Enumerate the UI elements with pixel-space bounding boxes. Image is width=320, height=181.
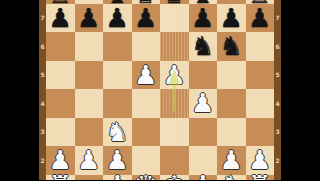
square-b2[interactable]: ♟ [75, 146, 104, 175]
square-d3[interactable] [132, 118, 161, 147]
square-f7[interactable]: ♟ [189, 4, 218, 33]
square-h3[interactable] [246, 118, 275, 147]
white-pawn-e5: ♟ [163, 61, 186, 90]
square-d5[interactable]: ♟ [132, 61, 161, 90]
square-a4[interactable] [46, 89, 75, 118]
rank-label-left-6: 6 [39, 43, 46, 50]
square-g6[interactable]: ♞ [217, 32, 246, 61]
square-g3[interactable] [217, 118, 246, 147]
square-c5[interactable] [103, 61, 132, 90]
ghost-trail-e3 [160, 118, 189, 147]
square-e7[interactable] [160, 4, 189, 33]
white-knight-g1: ♞ [220, 170, 243, 180]
square-b1[interactable] [75, 175, 104, 181]
rank-label-left-4: 4 [39, 100, 46, 107]
square-h4[interactable] [246, 89, 275, 118]
black-pawn-f7: ♟ [191, 4, 214, 33]
square-b3[interactable] [75, 118, 104, 147]
square-f4[interactable]: ♟ [189, 89, 218, 118]
rank-label-right-5: 5 [274, 71, 281, 78]
square-f5[interactable] [189, 61, 218, 90]
white-pawn-b2: ♟ [77, 146, 100, 175]
square-h7[interactable]: ♟ [246, 4, 275, 33]
black-pawn-a7: ♟ [49, 4, 72, 33]
square-a3[interactable] [46, 118, 75, 147]
black-pawn-b7: ♟ [77, 4, 100, 33]
square-e3[interactable] [160, 118, 189, 147]
square-c3[interactable]: ♞ [103, 118, 132, 147]
black-knight-f6: ♞ [191, 32, 214, 61]
black-knight-g6: ♞ [220, 32, 243, 61]
white-rook-a1: ♜ [49, 170, 72, 180]
square-h5[interactable] [246, 61, 275, 90]
ghost-trail-e7 [160, 4, 189, 33]
square-f1[interactable]: ♝ [189, 175, 218, 181]
rank-label-right-7: 7 [274, 14, 281, 21]
square-a7[interactable]: ♟ [46, 4, 75, 33]
square-b6[interactable] [75, 32, 104, 61]
rank-label-left-5: 5 [39, 71, 46, 78]
rank-label-right-2: 2 [274, 157, 281, 164]
square-c7[interactable]: ♟ [103, 4, 132, 33]
square-e4[interactable] [160, 89, 189, 118]
white-queen-d1: ♛ [134, 170, 157, 180]
black-pawn-g7: ♟ [220, 4, 243, 33]
square-g4[interactable] [217, 89, 246, 118]
square-g1[interactable]: ♞ [217, 175, 246, 181]
square-d7[interactable]: ♟ [132, 4, 161, 33]
black-pawn-d7: ♟ [134, 4, 157, 33]
rank-label-left-2: 2 [39, 157, 46, 164]
square-f6[interactable]: ♞ [189, 32, 218, 61]
square-d1[interactable]: ♛ [132, 175, 161, 181]
black-pawn-c7: ♟ [106, 4, 129, 33]
rank-label-right-4: 4 [274, 100, 281, 107]
rank-label-right-6: 6 [274, 43, 281, 50]
rank-label-right-3: 3 [274, 128, 281, 135]
square-e1[interactable]: ♚ [160, 175, 189, 181]
white-pawn-f4: ♟ [191, 89, 214, 118]
ghost-trail-e4 [160, 89, 189, 118]
square-a5[interactable] [46, 61, 75, 90]
square-f3[interactable] [189, 118, 218, 147]
black-pawn-h7: ♟ [248, 4, 271, 33]
white-bishop-f1: ♝ [191, 170, 214, 180]
chess-video-frame: ♜♝♛♚♝♜♟♟♟♟♟♟♟♞♞♟♟♟♞♟♟♟♟♟♜♝♛♚♝♞♜ 88776655… [0, 0, 320, 180]
rank-label-left-7: 7 [39, 14, 46, 21]
square-c1[interactable]: ♝ [103, 175, 132, 181]
white-knight-c3: ♞ [106, 118, 129, 147]
square-c4[interactable] [103, 89, 132, 118]
board-border-left [39, 0, 46, 180]
white-king-e1: ♚ [163, 170, 186, 180]
square-b5[interactable] [75, 61, 104, 90]
square-d4[interactable] [132, 89, 161, 118]
square-h1[interactable]: ♜ [246, 175, 275, 181]
ghost-trail-e6 [160, 32, 189, 61]
white-pawn-d5: ♟ [134, 61, 157, 90]
square-b4[interactable] [75, 89, 104, 118]
square-e6[interactable] [160, 32, 189, 61]
square-h6[interactable] [246, 32, 275, 61]
square-g5[interactable] [217, 61, 246, 90]
chess-board: ♜♝♛♚♝♜♟♟♟♟♟♟♟♞♞♟♟♟♞♟♟♟♟♟♜♝♛♚♝♞♜ [46, 0, 274, 180]
board-border-right [274, 0, 281, 180]
white-rook-h1: ♜ [248, 170, 271, 180]
square-c6[interactable] [103, 32, 132, 61]
square-g7[interactable]: ♟ [217, 4, 246, 33]
white-bishop-c1: ♝ [106, 170, 129, 180]
square-a1[interactable]: ♜ [46, 175, 75, 181]
square-d6[interactable] [132, 32, 161, 61]
square-a6[interactable] [46, 32, 75, 61]
rank-label-left-3: 3 [39, 128, 46, 135]
square-e5[interactable]: ♟ [160, 61, 189, 90]
square-b7[interactable]: ♟ [75, 4, 104, 33]
